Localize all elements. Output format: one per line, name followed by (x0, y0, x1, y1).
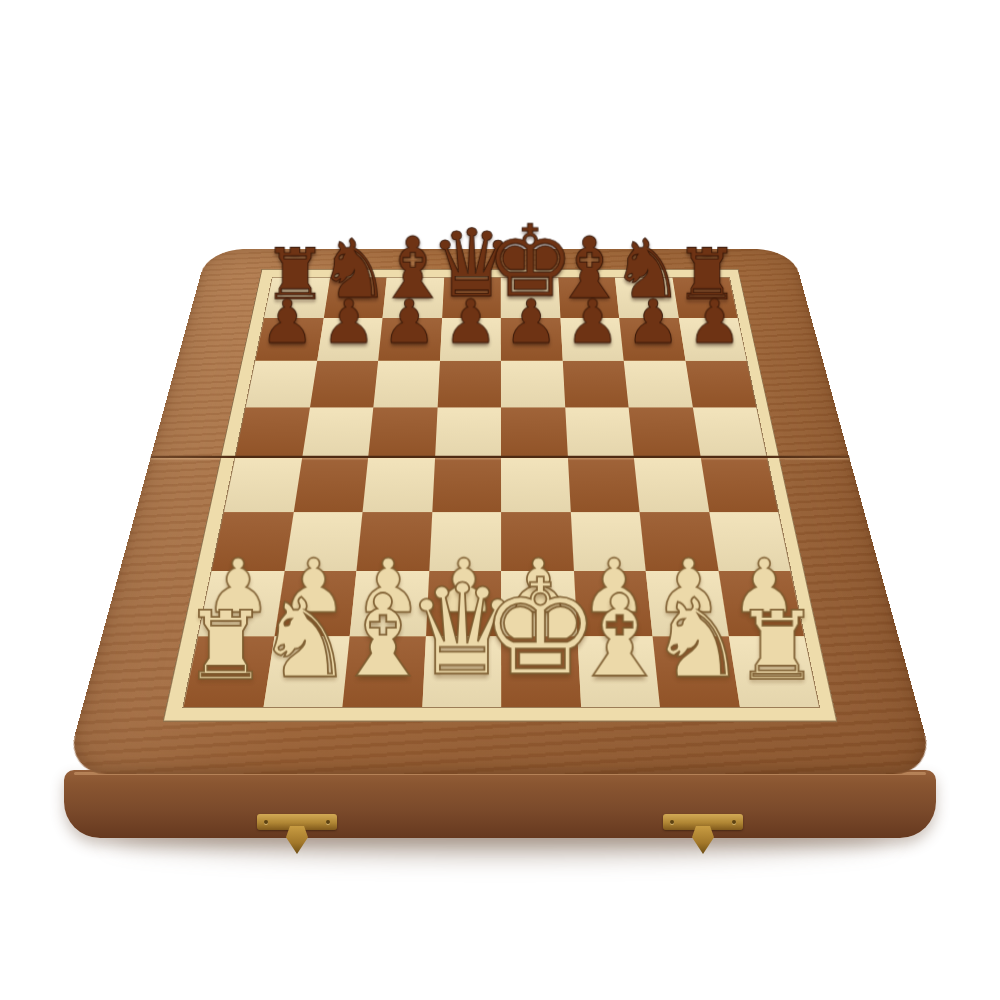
square-d5[interactable] (435, 407, 501, 457)
square-g7[interactable]: ♟ (619, 318, 685, 361)
square-e5[interactable] (501, 407, 567, 457)
square-g6[interactable] (624, 361, 693, 407)
square-c6[interactable] (373, 361, 439, 407)
chess-box-top: ♜♞♝♛♚♝♞♜♟♟♟♟♟♟♟♟♟♟♟♟♟♟♟♟♜♞♝♛♚♝♞♜ (64, 249, 936, 774)
square-c4[interactable] (363, 457, 435, 511)
square-b6[interactable] (310, 361, 379, 407)
square-b7[interactable]: ♟ (317, 318, 383, 361)
square-g1[interactable]: ♞ (653, 636, 740, 707)
piece-black-pawn[interactable]: ♟ (626, 292, 680, 353)
piece-black-pawn[interactable]: ♟ (443, 292, 497, 353)
board-scene: ♜♞♝♛♚♝♞♜♟♟♟♟♟♟♟♟♟♟♟♟♟♟♟♟♜♞♝♛♚♝♞♜ (0, 0, 1000, 1000)
square-e7[interactable]: ♟ (501, 318, 562, 361)
square-b4[interactable] (293, 457, 368, 511)
piece-black-pawn[interactable]: ♟ (260, 292, 314, 353)
square-h4[interactable] (700, 457, 778, 511)
square-f4[interactable] (567, 457, 639, 511)
square-h7[interactable]: ♟ (678, 318, 746, 361)
piece-black-pawn[interactable]: ♟ (321, 292, 375, 353)
piece-black-pawn[interactable]: ♟ (382, 292, 436, 353)
fold-hinge-seam (150, 456, 850, 458)
square-d7[interactable]: ♟ (440, 318, 501, 361)
square-a6[interactable] (246, 361, 317, 407)
square-d4[interactable] (432, 457, 501, 511)
square-g5[interactable] (629, 407, 701, 457)
square-c5[interactable] (368, 407, 437, 457)
piece-black-pawn[interactable]: ♟ (504, 292, 558, 353)
square-f6[interactable] (562, 361, 628, 407)
product-photo: ♜♞♝♛♚♝♞♜♟♟♟♟♟♟♟♟♟♟♟♟♟♟♟♟♜♞♝♛♚♝♞♜ (0, 0, 1000, 1000)
square-h5[interactable] (692, 407, 766, 457)
square-g4[interactable] (634, 457, 709, 511)
square-e6[interactable] (501, 361, 565, 407)
square-f1[interactable]: ♝ (577, 636, 660, 707)
square-f7[interactable]: ♟ (560, 318, 624, 361)
piece-white-knight[interactable]: ♞ (649, 585, 747, 694)
square-e4[interactable] (501, 457, 570, 511)
chess-board: ♜♞♝♛♚♝♞♜♟♟♟♟♟♟♟♟♟♟♟♟♟♟♟♟♜♞♝♛♚♝♞♜ (182, 277, 820, 708)
square-d6[interactable] (437, 361, 501, 407)
square-c7[interactable]: ♟ (378, 318, 442, 361)
piece-black-pawn[interactable]: ♟ (687, 292, 741, 353)
square-a4[interactable] (224, 457, 302, 511)
piece-black-pawn[interactable]: ♟ (565, 292, 619, 353)
square-h6[interactable] (685, 361, 756, 407)
square-a5[interactable] (235, 407, 309, 457)
playing-area: ♜♞♝♛♚♝♞♜♟♟♟♟♟♟♟♟♟♟♟♟♟♟♟♟♜♞♝♛♚♝♞♜ (162, 269, 837, 722)
square-h1[interactable]: ♜ (728, 636, 819, 707)
square-b5[interactable] (302, 407, 374, 457)
square-a7[interactable]: ♟ (255, 318, 323, 361)
square-f5[interactable] (565, 407, 634, 457)
piece-white-rook[interactable]: ♜ (734, 599, 819, 694)
